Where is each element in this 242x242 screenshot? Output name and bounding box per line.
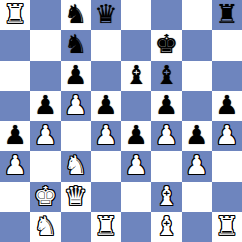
black-pawn-icon[interactable]: ♟: [124, 121, 147, 150]
square-e5[interactable]: [121, 91, 151, 121]
square-a1[interactable]: [0, 212, 30, 242]
square-g1[interactable]: [182, 212, 212, 242]
black-bishop-icon[interactable]: ♝: [124, 61, 147, 90]
square-g7[interactable]: [182, 30, 212, 60]
square-b3[interactable]: [30, 151, 60, 181]
square-f1[interactable]: ♝: [151, 212, 181, 242]
square-a3[interactable]: ♟: [0, 151, 30, 181]
square-a6[interactable]: [0, 61, 30, 91]
white-bishop-icon[interactable]: ♝: [155, 212, 178, 241]
white-pawn-icon[interactable]: ♟: [185, 151, 208, 180]
square-f6[interactable]: ♝: [151, 61, 181, 91]
square-d7[interactable]: [91, 30, 121, 60]
square-h8[interactable]: ♜: [212, 0, 242, 30]
square-h3[interactable]: [212, 151, 242, 181]
white-rook-icon[interactable]: ♜: [94, 212, 117, 241]
square-d4[interactable]: ♟: [91, 121, 121, 151]
square-d6[interactable]: [91, 61, 121, 91]
square-b7[interactable]: [30, 30, 60, 60]
square-f7[interactable]: ♚: [151, 30, 181, 60]
square-g4[interactable]: ♟: [182, 121, 212, 151]
square-f5[interactable]: ♟: [151, 91, 181, 121]
square-e3[interactable]: ♟: [121, 151, 151, 181]
black-pawn-icon[interactable]: ♟: [3, 121, 26, 150]
black-pawn-icon[interactable]: ♟: [64, 61, 87, 90]
square-g3[interactable]: ♟: [182, 151, 212, 181]
square-h4[interactable]: ♟: [212, 121, 242, 151]
square-f8[interactable]: [151, 0, 181, 30]
black-pawn-icon[interactable]: ♟: [215, 91, 238, 120]
black-pawn-icon[interactable]: ♟: [155, 91, 178, 120]
square-b4[interactable]: ♟: [30, 121, 60, 151]
square-h5[interactable]: ♟: [212, 91, 242, 121]
white-rook-icon[interactable]: ♜: [3, 0, 26, 29]
square-f4[interactable]: ♟: [151, 121, 181, 151]
square-c4[interactable]: [61, 121, 91, 151]
square-b5[interactable]: ♟: [30, 91, 60, 121]
square-c8[interactable]: ♞: [61, 0, 91, 30]
square-b8[interactable]: [30, 0, 60, 30]
chess-board: ♜♞♛♜♞♚♟♝♝♟♟♟♟♟♟♟♟♟♟♟♟♟♞♟♟♚♛♝♞♜♝♜: [0, 0, 242, 242]
square-h2[interactable]: [212, 182, 242, 212]
square-b1[interactable]: ♞: [30, 212, 60, 242]
square-d5[interactable]: ♟: [91, 91, 121, 121]
square-e1[interactable]: [121, 212, 151, 242]
square-c7[interactable]: ♞: [61, 30, 91, 60]
square-f3[interactable]: [151, 151, 181, 181]
square-c3[interactable]: ♞: [61, 151, 91, 181]
square-a7[interactable]: [0, 30, 30, 60]
white-pawn-icon[interactable]: ♟: [3, 151, 26, 180]
black-knight-icon[interactable]: ♞: [64, 0, 87, 29]
square-b6[interactable]: [30, 61, 60, 91]
square-a5[interactable]: [0, 91, 30, 121]
white-pawn-icon[interactable]: ♟: [64, 91, 87, 120]
square-c2[interactable]: ♛: [61, 182, 91, 212]
square-h6[interactable]: [212, 61, 242, 91]
black-knight-icon[interactable]: ♞: [64, 30, 87, 59]
black-rook-icon[interactable]: ♜: [215, 0, 238, 29]
square-g8[interactable]: [182, 0, 212, 30]
square-g5[interactable]: [182, 91, 212, 121]
square-d1[interactable]: ♜: [91, 212, 121, 242]
square-h1[interactable]: ♜: [212, 212, 242, 242]
black-bishop-icon[interactable]: ♝: [155, 61, 178, 90]
square-g6[interactable]: [182, 61, 212, 91]
square-d2[interactable]: [91, 182, 121, 212]
white-pawn-icon[interactable]: ♟: [94, 121, 117, 150]
black-pawn-icon[interactable]: ♟: [185, 121, 208, 150]
square-c1[interactable]: [61, 212, 91, 242]
square-c5[interactable]: ♟: [61, 91, 91, 121]
white-bishop-icon[interactable]: ♝: [155, 182, 178, 211]
square-c6[interactable]: ♟: [61, 61, 91, 91]
square-e2[interactable]: [121, 182, 151, 212]
white-queen-icon[interactable]: ♛: [64, 182, 87, 211]
square-a2[interactable]: [0, 182, 30, 212]
square-f2[interactable]: ♝: [151, 182, 181, 212]
black-queen-icon[interactable]: ♛: [94, 0, 117, 29]
white-rook-icon[interactable]: ♜: [215, 212, 238, 241]
white-pawn-icon[interactable]: ♟: [215, 121, 238, 150]
black-pawn-icon[interactable]: ♟: [94, 91, 117, 120]
white-king-icon[interactable]: ♚: [34, 182, 57, 211]
square-e4[interactable]: ♟: [121, 121, 151, 151]
square-a4[interactable]: ♟: [0, 121, 30, 151]
white-pawn-icon[interactable]: ♟: [124, 151, 147, 180]
square-d8[interactable]: ♛: [91, 0, 121, 30]
white-knight-icon[interactable]: ♞: [64, 151, 87, 180]
square-e6[interactable]: ♝: [121, 61, 151, 91]
square-b2[interactable]: ♚: [30, 182, 60, 212]
white-pawn-icon[interactable]: ♟: [34, 121, 57, 150]
square-d3[interactable]: [91, 151, 121, 181]
square-e7[interactable]: [121, 30, 151, 60]
square-a8[interactable]: ♜: [0, 0, 30, 30]
black-king-icon[interactable]: ♚: [155, 30, 178, 59]
square-h7[interactable]: [212, 30, 242, 60]
chess-board-wrapper: ♜♞♛♜♞♚♟♝♝♟♟♟♟♟♟♟♟♟♟♟♟♟♞♟♟♚♛♝♞♜♝♜: [0, 0, 242, 242]
black-pawn-icon[interactable]: ♟: [34, 91, 57, 120]
square-e8[interactable]: [121, 0, 151, 30]
square-g2[interactable]: [182, 182, 212, 212]
white-pawn-icon[interactable]: ♟: [155, 121, 178, 150]
white-knight-icon[interactable]: ♞: [34, 212, 57, 241]
